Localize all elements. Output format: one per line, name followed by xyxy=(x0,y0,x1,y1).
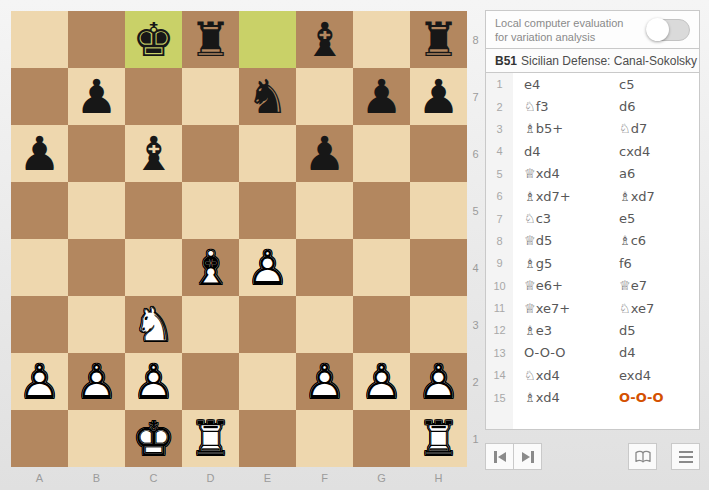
move-white-13[interactable]: O-O-O xyxy=(513,345,607,360)
move-row-10: 10♕e6+♕e7 xyxy=(486,275,699,297)
move-row-5: 5♕xd4a6 xyxy=(486,163,699,185)
move-row-11: 11♕xe7+♘xe7 xyxy=(486,297,699,319)
skip-to-start-button[interactable] xyxy=(485,443,514,470)
opening-name-bar: B51 Sicilian Defense: Canal-Sokolsky At… xyxy=(485,49,700,73)
move-white-1[interactable]: e4 xyxy=(513,77,607,92)
square-a7[interactable] xyxy=(11,68,68,125)
move-white-15[interactable]: ♗xd4 xyxy=(513,390,607,405)
square-c1[interactable]: ♚♔ xyxy=(125,410,182,467)
piece-white-king[interactable]: ♚♔ xyxy=(125,410,182,467)
move-black-13[interactable]: d4 xyxy=(607,345,699,360)
square-e2[interactable] xyxy=(239,353,296,410)
eval-toggle-knob xyxy=(646,18,669,41)
square-g6[interactable] xyxy=(353,125,410,182)
move-number: 4 xyxy=(486,145,513,157)
move-number: 14 xyxy=(486,369,513,381)
menu-icon xyxy=(679,451,693,463)
square-g3[interactable] xyxy=(353,296,410,353)
move-row-13: 13O-O-Od4 xyxy=(486,342,699,364)
square-h6[interactable] xyxy=(410,125,467,182)
rank-label-2: 2 xyxy=(467,353,484,410)
square-b7[interactable]: ♟ xyxy=(68,68,125,125)
move-white-3[interactable]: ♗b5+ xyxy=(513,121,607,136)
move-white-14[interactable]: ♘xd4 xyxy=(513,368,607,383)
square-e7[interactable]: ♞ xyxy=(239,68,296,125)
piece-black-pawn[interactable]: ♟ xyxy=(353,68,410,125)
move-number: 13 xyxy=(486,347,513,359)
square-a3[interactable] xyxy=(11,296,68,353)
square-d2[interactable] xyxy=(182,353,239,410)
piece-white-knight[interactable]: ♞♘ xyxy=(125,296,182,353)
move-number: 5 xyxy=(486,168,513,180)
rank-label-4: 4 xyxy=(467,239,484,296)
move-black-11[interactable]: ♘xe7 xyxy=(607,301,699,316)
move-black-12[interactable]: d5 xyxy=(607,323,699,338)
square-d8[interactable]: ♜ xyxy=(182,11,239,68)
square-b8[interactable] xyxy=(68,11,125,68)
square-d5[interactable] xyxy=(182,182,239,239)
move-black-6[interactable]: ♗xd7 xyxy=(607,189,699,204)
eval-toggle-label-line1: Local computer evaluation xyxy=(495,16,646,30)
move-row-1: 1e4c5 xyxy=(486,73,699,95)
square-b4[interactable] xyxy=(68,239,125,296)
move-black-9[interactable]: f6 xyxy=(607,256,699,271)
move-row-3: 3♗b5+♘d7 xyxy=(486,118,699,140)
file-label-h: H xyxy=(410,467,467,488)
square-f4[interactable] xyxy=(296,239,353,296)
square-f6[interactable]: ♟ xyxy=(296,125,353,182)
file-label-g: G xyxy=(353,467,410,488)
square-a2[interactable]: ♟♙ xyxy=(11,353,68,410)
square-c7[interactable] xyxy=(125,68,182,125)
square-f3[interactable] xyxy=(296,296,353,353)
square-f7[interactable] xyxy=(296,68,353,125)
move-number: 10 xyxy=(486,280,513,292)
skip-to-end-button[interactable] xyxy=(513,443,542,470)
square-d4[interactable]: ♝♗ xyxy=(182,239,239,296)
file-label-e: E xyxy=(239,467,296,488)
square-a5[interactable] xyxy=(11,182,68,239)
move-white-2[interactable]: ♘f3 xyxy=(513,99,607,114)
square-f1[interactable] xyxy=(296,410,353,467)
rank-label-8: 8 xyxy=(467,11,484,68)
move-number: 7 xyxy=(486,213,513,225)
square-b3[interactable] xyxy=(68,296,125,353)
move-number: 1 xyxy=(486,78,513,90)
file-label-a: A xyxy=(11,467,68,488)
square-h2[interactable]: ♟♙ xyxy=(410,353,467,410)
piece-white-pawn[interactable]: ♟♙ xyxy=(125,353,182,410)
move-white-10[interactable]: ♕e6+ xyxy=(513,278,607,293)
square-d6[interactable] xyxy=(182,125,239,182)
square-g5[interactable] xyxy=(353,182,410,239)
square-e1[interactable] xyxy=(239,410,296,467)
move-number: 2 xyxy=(486,101,513,113)
square-a1[interactable] xyxy=(11,410,68,467)
square-a6[interactable]: ♟ xyxy=(11,125,68,182)
opening-eco-code: B51 xyxy=(495,54,517,68)
move-list: 1e4c52♘f3d63♗b5+♘d74d4cxd45♕xd4a66♗xd7+♗… xyxy=(485,73,700,430)
move-number: 6 xyxy=(486,190,513,202)
menu-button[interactable] xyxy=(671,443,700,470)
board-controls xyxy=(485,443,700,470)
move-row-14: 14♘xd4exd4 xyxy=(486,364,699,386)
piece-black-pawn[interactable]: ♟ xyxy=(68,68,125,125)
move-number: 8 xyxy=(486,235,513,247)
move-black-14[interactable]: exd4 xyxy=(607,368,699,383)
square-g4[interactable] xyxy=(353,239,410,296)
square-e8[interactable] xyxy=(239,11,296,68)
move-number: 11 xyxy=(486,302,513,314)
move-number: 9 xyxy=(486,257,513,269)
move-white-6[interactable]: ♗xd7+ xyxy=(513,189,607,204)
piece-white-pawn[interactable]: ♟♙ xyxy=(353,353,410,410)
square-b2[interactable]: ♟♙ xyxy=(68,353,125,410)
piece-black-pawn[interactable]: ♟ xyxy=(410,68,467,125)
move-black-2[interactable]: d6 xyxy=(607,99,699,114)
skip-to-start-icon xyxy=(494,451,506,463)
move-black-8[interactable]: ♗c6 xyxy=(607,233,699,248)
chess-board[interactable]: ♚♜♝♜♟♞♟♟♟♝♟♝♗♟♙♞♘♟♙♟♙♟♙♟♙♟♙♟♙♚♔♜♖♜♖ xyxy=(11,11,467,467)
piece-black-rook[interactable]: ♜ xyxy=(182,11,239,68)
piece-black-pawn[interactable]: ♟ xyxy=(11,125,68,182)
square-g2[interactable]: ♟♙ xyxy=(353,353,410,410)
piece-black-pawn[interactable]: ♟ xyxy=(296,125,353,182)
square-d3[interactable] xyxy=(182,296,239,353)
file-label-b: B xyxy=(68,467,125,488)
move-row-15: 15♗xd4O-O-O xyxy=(486,386,699,408)
piece-black-king[interactable]: ♚ xyxy=(125,11,182,68)
move-white-12[interactable]: ♗e3 xyxy=(513,323,607,338)
square-h7[interactable]: ♟ xyxy=(410,68,467,125)
square-b5[interactable] xyxy=(68,182,125,239)
opening-book-icon xyxy=(635,450,651,464)
move-white-5[interactable]: ♕xd4 xyxy=(513,166,607,181)
move-black-4[interactable]: cxd4 xyxy=(607,144,699,159)
move-black-5[interactable]: a6 xyxy=(607,166,699,181)
eval-toggle-switch[interactable] xyxy=(646,19,690,41)
square-c4[interactable] xyxy=(125,239,182,296)
move-white-9[interactable]: ♗g5 xyxy=(513,256,607,271)
square-c5[interactable] xyxy=(125,182,182,239)
analysis-panel: Local computer evaluation for variation … xyxy=(485,10,700,430)
rank-label-3: 3 xyxy=(467,296,484,353)
piece-white-rook[interactable]: ♜♖ xyxy=(182,410,239,467)
opening-book-button[interactable] xyxy=(628,443,657,470)
square-c6[interactable]: ♝ xyxy=(125,125,182,182)
move-row-9: 9♗g5f6 xyxy=(486,252,699,274)
square-c8[interactable]: ♚ xyxy=(125,11,182,68)
piece-black-rook[interactable]: ♜ xyxy=(410,11,467,68)
eval-toggle-label-line2: for variation analysis xyxy=(495,30,646,44)
skip-to-end-icon xyxy=(522,451,534,463)
rank-coordinates: 87654321 xyxy=(467,11,484,467)
square-h5[interactable] xyxy=(410,182,467,239)
square-d7[interactable] xyxy=(182,68,239,125)
piece-black-knight[interactable]: ♞ xyxy=(239,68,296,125)
move-white-8[interactable]: ♕d5 xyxy=(513,233,607,248)
move-black-10[interactable]: ♕e7 xyxy=(607,278,699,293)
move-black-7[interactable]: e5 xyxy=(607,211,699,226)
square-c2[interactable]: ♟♙ xyxy=(125,353,182,410)
move-black-1[interactable]: c5 xyxy=(607,77,699,92)
opening-name: Sicilian Defense: Canal-Sokolsky At… xyxy=(521,54,700,68)
square-f5[interactable] xyxy=(296,182,353,239)
move-row-4: 4d4cxd4 xyxy=(486,140,699,162)
square-h8[interactable]: ♜ xyxy=(410,11,467,68)
piece-white-pawn[interactable]: ♟♙ xyxy=(239,239,296,296)
move-number: 15 xyxy=(486,392,513,404)
file-label-d: D xyxy=(182,467,239,488)
piece-white-bishop[interactable]: ♝♗ xyxy=(182,239,239,296)
square-h3[interactable] xyxy=(410,296,467,353)
move-row-6: 6♗xd7+♗xd7 xyxy=(486,185,699,207)
move-black-3[interactable]: ♘d7 xyxy=(607,121,699,136)
file-coordinates: ABCDEFGH xyxy=(11,467,467,488)
move-row-8: 8♕d5♗c6 xyxy=(486,230,699,252)
square-h1[interactable]: ♜♖ xyxy=(410,410,467,467)
square-c3[interactable]: ♞♘ xyxy=(125,296,182,353)
square-g1[interactable] xyxy=(353,410,410,467)
move-row-12: 12♗e3d5 xyxy=(486,319,699,341)
square-a8[interactable] xyxy=(11,11,68,68)
move-white-7[interactable]: ♘c3 xyxy=(513,211,607,226)
square-e6[interactable] xyxy=(239,125,296,182)
square-b6[interactable] xyxy=(68,125,125,182)
move-number: 12 xyxy=(486,324,513,336)
square-h4[interactable] xyxy=(410,239,467,296)
piece-black-bishop[interactable]: ♝ xyxy=(125,125,182,182)
move-black-15[interactable]: O-O-O xyxy=(607,390,699,405)
file-label-c: C xyxy=(125,467,182,488)
square-f2[interactable]: ♟♙ xyxy=(296,353,353,410)
move-white-4[interactable]: d4 xyxy=(513,144,607,159)
square-a4[interactable] xyxy=(11,239,68,296)
move-row-7: 7♘c3e5 xyxy=(486,207,699,229)
piece-white-pawn[interactable]: ♟♙ xyxy=(410,353,467,410)
piece-white-pawn[interactable]: ♟♙ xyxy=(296,353,353,410)
rank-label-1: 1 xyxy=(467,410,484,467)
rank-label-5: 5 xyxy=(467,182,484,239)
move-number: 3 xyxy=(486,123,513,135)
file-label-f: F xyxy=(296,467,353,488)
rank-label-7: 7 xyxy=(467,68,484,125)
piece-white-pawn[interactable]: ♟♙ xyxy=(11,353,68,410)
square-b1[interactable] xyxy=(68,410,125,467)
square-d1[interactable]: ♜♖ xyxy=(182,410,239,467)
square-g8[interactable] xyxy=(353,11,410,68)
move-white-11[interactable]: ♕xe7+ xyxy=(513,301,607,316)
square-f8[interactable]: ♝ xyxy=(296,11,353,68)
square-e4[interactable]: ♟♙ xyxy=(239,239,296,296)
piece-white-pawn[interactable]: ♟♙ xyxy=(68,353,125,410)
square-g7[interactable]: ♟ xyxy=(353,68,410,125)
rank-label-6: 6 xyxy=(467,125,484,182)
square-e5[interactable] xyxy=(239,182,296,239)
piece-white-rook[interactable]: ♜♖ xyxy=(410,410,467,467)
square-e3[interactable] xyxy=(239,296,296,353)
move-row-2: 2♘f3d6 xyxy=(486,95,699,117)
eval-toggle-label: Local computer evaluation for variation … xyxy=(495,16,646,44)
piece-black-bishop[interactable]: ♝ xyxy=(296,11,353,68)
eval-toggle-box: Local computer evaluation for variation … xyxy=(485,10,700,49)
